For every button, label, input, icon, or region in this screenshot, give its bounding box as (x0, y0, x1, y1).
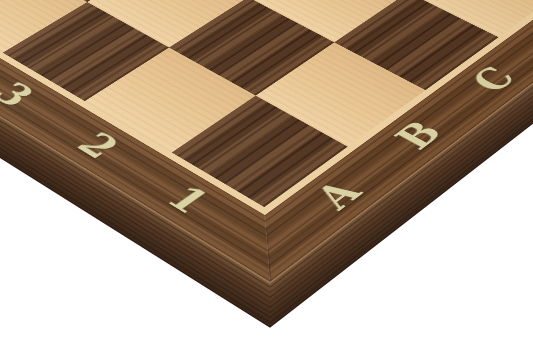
chessboard-photo-scene: 1A2B3C4D5E6F7G8H (0, 0, 533, 355)
chess-board: 1A2B3C4D5E6F7G8H (0, 0, 533, 282)
board-top-face: 1A2B3C4D5E6F7G8H (0, 0, 533, 282)
